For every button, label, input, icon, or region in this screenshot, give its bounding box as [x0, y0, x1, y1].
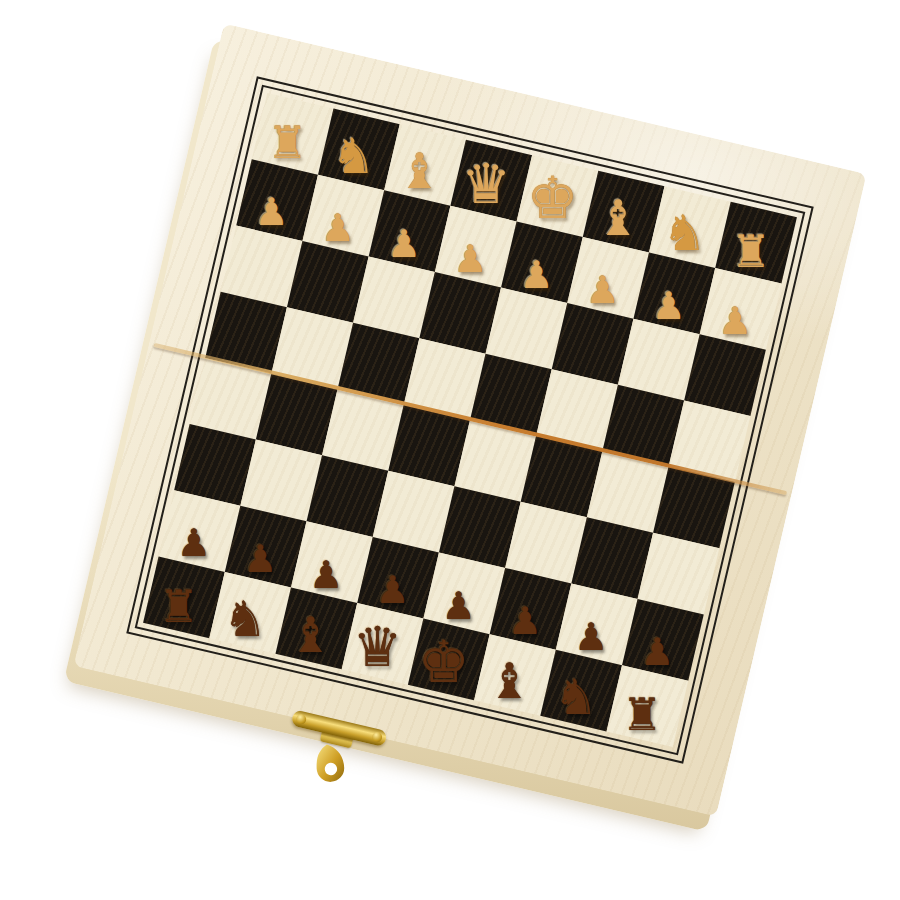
piece-black-pawn[interactable]: ♟ [508, 602, 542, 640]
screw-icon [295, 713, 307, 725]
piece-white-pawn[interactable]: ♟ [453, 240, 487, 278]
piece-white-rook[interactable]: ♜ [730, 229, 770, 274]
piece-white-bishop[interactable]: ♝ [398, 147, 442, 196]
piece-black-king[interactable]: ♚ [418, 633, 470, 691]
piece-black-rook[interactable]: ♜ [158, 584, 198, 629]
piece-black-pawn[interactable]: ♟ [640, 633, 674, 671]
piece-black-pawn[interactable]: ♟ [375, 571, 409, 609]
piece-white-pawn[interactable]: ♟ [519, 256, 553, 294]
piece-white-pawn[interactable]: ♟ [254, 193, 288, 231]
piece-black-pawn[interactable]: ♟ [309, 556, 343, 594]
piece-white-knight[interactable]: ♞ [332, 132, 376, 181]
piece-black-pawn[interactable]: ♟ [177, 524, 211, 562]
piece-black-queen[interactable]: ♛ [353, 620, 402, 675]
keyhole-tab-icon [311, 741, 351, 787]
wooden-chess-box: ♜♞♝♛♚♝♞♜♟♟♟♟♟♟♟♟♟♟♟♟♟♟♟♟♜♞♝♛♚♝♞♜ [73, 23, 866, 816]
piece-black-rook[interactable]: ♜ [622, 692, 662, 737]
piece-black-bishop[interactable]: ♝ [488, 657, 532, 706]
piece-black-knight[interactable]: ♞ [223, 595, 267, 644]
piece-white-pawn[interactable]: ♟ [585, 271, 619, 309]
piece-white-rook[interactable]: ♜ [267, 120, 307, 165]
piece-white-knight[interactable]: ♞ [663, 209, 707, 258]
piece-black-bishop[interactable]: ♝ [289, 611, 333, 660]
piece-black-knight[interactable]: ♞ [554, 673, 598, 722]
piece-white-pawn[interactable]: ♟ [718, 302, 752, 340]
piece-white-bishop[interactable]: ♝ [596, 194, 640, 243]
piece-white-queen[interactable]: ♛ [462, 157, 511, 212]
piece-black-pawn[interactable]: ♟ [574, 618, 608, 656]
screw-icon [371, 731, 383, 743]
product-photo: ♜♞♝♛♚♝♞♜♟♟♟♟♟♟♟♟♟♟♟♟♟♟♟♟♜♞♝♛♚♝♞♜ [0, 0, 900, 900]
piece-black-pawn[interactable]: ♟ [243, 540, 277, 578]
piece-white-pawn[interactable]: ♟ [652, 287, 686, 325]
piece-white-king[interactable]: ♚ [527, 169, 579, 227]
piece-black-pawn[interactable]: ♟ [441, 587, 475, 625]
piece-white-pawn[interactable]: ♟ [387, 225, 421, 263]
piece-white-pawn[interactable]: ♟ [321, 209, 355, 247]
